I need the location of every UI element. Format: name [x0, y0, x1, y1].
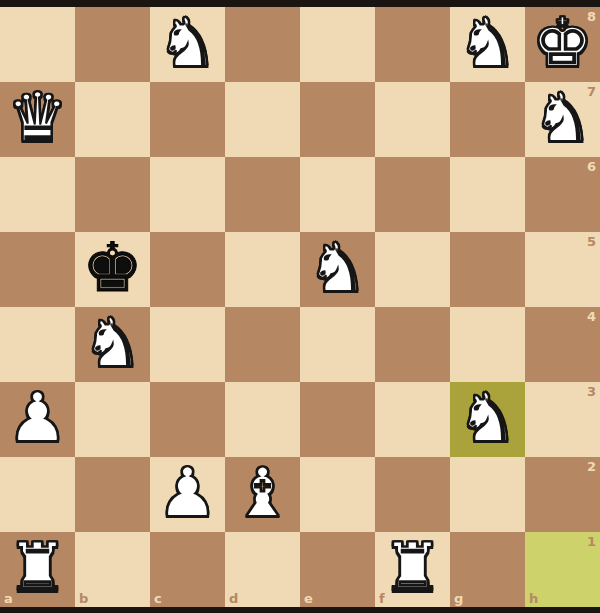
square-g7[interactable]: [450, 82, 525, 157]
square-g2[interactable]: [450, 457, 525, 532]
square-d4[interactable]: [225, 307, 300, 382]
square-h7[interactable]: ♞7: [525, 82, 600, 157]
square-a4[interactable]: [0, 307, 75, 382]
square-h1[interactable]: 1h: [525, 532, 600, 607]
white-queen-piece[interactable]: ♛: [7, 82, 68, 155]
white-knight-piece[interactable]: ♞: [457, 382, 518, 455]
square-f8[interactable]: [375, 7, 450, 82]
white-pawn-piece[interactable]: ♟: [7, 382, 68, 455]
white-pawn-piece[interactable]: ♟: [157, 457, 218, 530]
square-d5[interactable]: [225, 232, 300, 307]
square-b3[interactable]: [75, 382, 150, 457]
file-label-e: e: [304, 592, 313, 605]
file-label-g: g: [454, 592, 463, 605]
square-f3[interactable]: [375, 382, 450, 457]
square-f4[interactable]: [375, 307, 450, 382]
file-label-c: c: [154, 592, 162, 605]
square-d7[interactable]: [225, 82, 300, 157]
square-f2[interactable]: [375, 457, 450, 532]
square-g8[interactable]: ♞: [450, 7, 525, 82]
square-d8[interactable]: [225, 7, 300, 82]
square-h8[interactable]: ♚8: [525, 7, 600, 82]
white-king-piece[interactable]: ♚: [532, 7, 593, 80]
square-h5[interactable]: 5: [525, 232, 600, 307]
square-e1[interactable]: e: [300, 532, 375, 607]
square-a6[interactable]: [0, 157, 75, 232]
square-b4[interactable]: ♞: [75, 307, 150, 382]
square-e7[interactable]: [300, 82, 375, 157]
square-e4[interactable]: [300, 307, 375, 382]
square-a2[interactable]: [0, 457, 75, 532]
square-c5[interactable]: [150, 232, 225, 307]
white-knight-piece[interactable]: ♞: [457, 7, 518, 80]
white-knight-piece[interactable]: ♞: [157, 7, 218, 80]
square-d6[interactable]: [225, 157, 300, 232]
black-king-piece[interactable]: ♚: [82, 232, 143, 305]
square-g4[interactable]: [450, 307, 525, 382]
square-c1[interactable]: c: [150, 532, 225, 607]
square-h3[interactable]: 3: [525, 382, 600, 457]
rank-label-4: 4: [587, 310, 596, 323]
rank-label-6: 6: [587, 160, 596, 173]
white-knight-piece[interactable]: ♞: [82, 307, 143, 380]
white-knight-piece[interactable]: ♞: [307, 232, 368, 305]
square-d1[interactable]: d: [225, 532, 300, 607]
square-e3[interactable]: [300, 382, 375, 457]
square-a8[interactable]: [0, 7, 75, 82]
square-c6[interactable]: [150, 157, 225, 232]
white-rook-piece[interactable]: ♜: [382, 532, 443, 605]
square-f5[interactable]: [375, 232, 450, 307]
square-f7[interactable]: [375, 82, 450, 157]
file-label-d: d: [229, 592, 238, 605]
white-knight-piece[interactable]: ♞: [532, 82, 593, 155]
square-f1[interactable]: ♜f: [375, 532, 450, 607]
square-c2[interactable]: ♟: [150, 457, 225, 532]
square-c4[interactable]: [150, 307, 225, 382]
board-frame: ♞♞♚8♛♞76♚♞5♞4♟♞3♟♝2♜abcde♜fg1h: [0, 0, 600, 613]
square-h2[interactable]: 2: [525, 457, 600, 532]
square-h6[interactable]: 6: [525, 157, 600, 232]
square-b2[interactable]: [75, 457, 150, 532]
square-g5[interactable]: [450, 232, 525, 307]
square-e2[interactable]: [300, 457, 375, 532]
square-b6[interactable]: [75, 157, 150, 232]
square-b7[interactable]: [75, 82, 150, 157]
square-d3[interactable]: [225, 382, 300, 457]
white-bishop-piece[interactable]: ♝: [232, 457, 293, 530]
square-e8[interactable]: [300, 7, 375, 82]
square-a5[interactable]: [0, 232, 75, 307]
square-b5[interactable]: ♚: [75, 232, 150, 307]
square-c8[interactable]: ♞: [150, 7, 225, 82]
file-label-h: h: [529, 592, 538, 605]
file-label-b: b: [79, 592, 88, 605]
square-g3[interactable]: ♞: [450, 382, 525, 457]
square-c7[interactable]: [150, 82, 225, 157]
rank-label-5: 5: [587, 235, 596, 248]
square-c3[interactable]: [150, 382, 225, 457]
rank-label-3: 3: [587, 385, 596, 398]
square-e6[interactable]: [300, 157, 375, 232]
square-g6[interactable]: [450, 157, 525, 232]
rank-label-2: 2: [587, 460, 596, 473]
square-h4[interactable]: 4: [525, 307, 600, 382]
square-d2[interactable]: ♝: [225, 457, 300, 532]
square-b1[interactable]: b: [75, 532, 150, 607]
white-rook-piece[interactable]: ♜: [7, 532, 68, 605]
chess-board: ♞♞♚8♛♞76♚♞5♞4♟♞3♟♝2♜abcde♜fg1h: [0, 7, 600, 607]
square-a7[interactable]: ♛: [0, 82, 75, 157]
square-b8[interactable]: [75, 7, 150, 82]
square-a3[interactable]: ♟: [0, 382, 75, 457]
square-f6[interactable]: [375, 157, 450, 232]
square-e5[interactable]: ♞: [300, 232, 375, 307]
square-a1[interactable]: ♜a: [0, 532, 75, 607]
square-g1[interactable]: g: [450, 532, 525, 607]
rank-label-1: 1: [587, 535, 596, 548]
